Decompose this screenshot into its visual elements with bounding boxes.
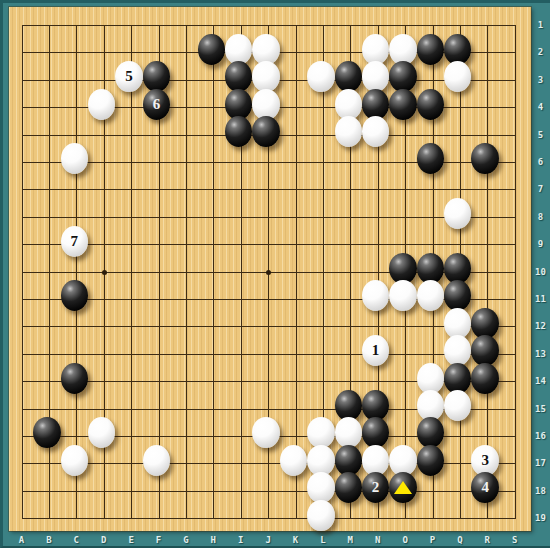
column-label-L: L [316, 535, 330, 545]
white-stone-O17 [389, 445, 416, 476]
intersection-C11[interactable] [63, 285, 90, 312]
move-number-label: 4 [471, 472, 498, 503]
white-stone-O11 [389, 280, 416, 311]
black-stone-M15 [335, 390, 362, 421]
white-stone-J2 [252, 34, 279, 65]
column-label-N: N [371, 535, 385, 545]
row-label-6: 6 [531, 157, 550, 167]
intersection-D4[interactable] [90, 93, 117, 120]
white-stone-J16 [252, 417, 279, 448]
column-label-M: M [343, 535, 357, 545]
row-label-12: 12 [531, 321, 550, 331]
white-stone-L16 [307, 417, 334, 448]
black-stone-I3 [225, 61, 252, 92]
row-label-14: 14 [531, 376, 550, 386]
move-number-label: 1 [362, 335, 389, 366]
intersection-J16[interactable] [254, 422, 281, 449]
move-number-label: 5 [115, 61, 142, 92]
column-label-K: K [289, 535, 303, 545]
intersection-Q3[interactable] [446, 66, 473, 93]
white-stone-C9: 7 [61, 226, 88, 257]
black-stone-N4 [362, 89, 389, 120]
black-stone-O4 [389, 89, 416, 120]
black-stone-H2 [198, 34, 225, 65]
black-stone-F3 [143, 61, 170, 92]
column-label-C: C [69, 535, 83, 545]
intersection-R14[interactable] [473, 367, 500, 394]
intersection-N13[interactable]: 1 [364, 340, 391, 367]
row-label-19: 19 [531, 513, 550, 523]
intersection-C17[interactable] [63, 450, 90, 477]
white-stone-D4 [88, 89, 115, 120]
intersection-P17[interactable] [419, 450, 446, 477]
move-number-label: 7 [61, 226, 88, 257]
white-stone-L17 [307, 445, 334, 476]
white-stone-Q15 [444, 390, 471, 421]
black-stone-M3 [335, 61, 362, 92]
move-number-label: 3 [471, 445, 498, 476]
go-board[interactable]: 5671324 [9, 7, 531, 531]
row-label-1: 1 [531, 20, 550, 30]
row-label-18: 18 [531, 486, 550, 496]
intersection-F17[interactable] [145, 450, 172, 477]
row-label-17: 17 [531, 458, 550, 468]
intersection-R6[interactable] [473, 148, 500, 175]
black-stone-F4: 6 [143, 89, 170, 120]
row-label-9: 9 [531, 239, 550, 249]
black-stone-R13 [471, 335, 498, 366]
black-stone-P10 [417, 253, 444, 284]
white-stone-I2 [225, 34, 252, 65]
black-stone-P6 [417, 143, 444, 174]
intersection-M18[interactable] [337, 477, 364, 504]
intersection-E3[interactable]: 5 [117, 66, 144, 93]
row-label-15: 15 [531, 404, 550, 414]
white-stone-P15 [417, 390, 444, 421]
intersection-O4[interactable] [391, 93, 418, 120]
white-stone-N3 [362, 61, 389, 92]
column-label-O: O [398, 535, 412, 545]
row-labels: 12345678910111213141516171819 [531, 0, 550, 548]
row-label-16: 16 [531, 431, 550, 441]
black-stone-Q14 [444, 363, 471, 394]
column-label-J: J [261, 535, 275, 545]
black-stone-J5 [252, 116, 279, 147]
intersection-Q8[interactable] [446, 203, 473, 230]
column-label-I: I [234, 535, 248, 545]
black-stone-Q2 [444, 34, 471, 65]
move-number-label: 6 [143, 89, 170, 120]
intersection-K17[interactable] [282, 450, 309, 477]
intersection-F4[interactable]: 6 [145, 93, 172, 120]
black-stone-P17 [417, 445, 444, 476]
row-label-7: 7 [531, 184, 550, 194]
black-stone-I4 [225, 89, 252, 120]
white-stone-P11 [417, 280, 444, 311]
white-stone-L19 [307, 500, 334, 531]
white-stone-R17: 3 [471, 445, 498, 476]
black-stone-M17 [335, 445, 362, 476]
intersection-L3[interactable] [309, 66, 336, 93]
intersection-N18[interactable]: 2 [364, 477, 391, 504]
white-stone-O2 [389, 34, 416, 65]
intersection-B16[interactable] [35, 422, 62, 449]
intersection-O11[interactable] [391, 285, 418, 312]
black-stone-B16 [33, 417, 60, 448]
white-stone-C6 [61, 143, 88, 174]
column-label-R: R [480, 535, 494, 545]
black-stone-Q11 [444, 280, 471, 311]
intersection-J5[interactable] [254, 121, 281, 148]
column-label-B: B [42, 535, 56, 545]
intersection-N5[interactable] [364, 121, 391, 148]
intersection-L19[interactable] [309, 504, 336, 531]
intersection-P6[interactable] [419, 148, 446, 175]
board-stones-layer: 5671324 [8, 11, 528, 531]
white-stone-F17 [143, 445, 170, 476]
white-stone-L18 [307, 472, 334, 503]
white-stone-M16 [335, 417, 362, 448]
row-label-10: 10 [531, 267, 550, 277]
intersection-I5[interactable] [227, 121, 254, 148]
row-label-3: 3 [531, 75, 550, 85]
black-stone-O3 [389, 61, 416, 92]
intersection-C9[interactable]: 7 [63, 230, 90, 257]
row-label-4: 4 [531, 102, 550, 112]
white-stone-Q8 [444, 198, 471, 229]
move-number-label: 2 [362, 472, 389, 503]
white-stone-J3 [252, 61, 279, 92]
intersection-C6[interactable] [63, 148, 90, 175]
column-label-E: E [124, 535, 138, 545]
white-stone-J4 [252, 89, 279, 120]
black-stone-M18 [335, 472, 362, 503]
white-stone-Q13 [444, 335, 471, 366]
black-stone-C11 [61, 280, 88, 311]
column-label-D: D [97, 535, 111, 545]
black-stone-N15 [362, 390, 389, 421]
intersection-D16[interactable] [90, 422, 117, 449]
intersection-P4[interactable] [419, 93, 446, 120]
column-label-S: S [508, 535, 522, 545]
column-label-A: A [15, 535, 29, 545]
intersection-M5[interactable] [337, 121, 364, 148]
white-stone-M5 [335, 116, 362, 147]
column-label-Q: Q [453, 535, 467, 545]
black-stone-N18: 2 [362, 472, 389, 503]
black-stone-C14 [61, 363, 88, 394]
black-stone-N16 [362, 417, 389, 448]
white-stone-N5 [362, 116, 389, 147]
white-stone-D16 [88, 417, 115, 448]
white-stone-M4 [335, 89, 362, 120]
black-stone-P4 [417, 89, 444, 120]
row-label-2: 2 [531, 47, 550, 57]
row-label-11: 11 [531, 294, 550, 304]
white-stone-N11 [362, 280, 389, 311]
intersection-R18[interactable]: 4 [473, 477, 500, 504]
black-stone-O18 [389, 472, 416, 503]
row-label-13: 13 [531, 349, 550, 359]
white-stone-C17 [61, 445, 88, 476]
intersection-O18[interactable] [391, 477, 418, 504]
white-stone-N2 [362, 34, 389, 65]
black-stone-R18: 4 [471, 472, 498, 503]
intersection-P11[interactable] [419, 285, 446, 312]
white-stone-E3: 5 [115, 61, 142, 92]
row-label-5: 5 [531, 130, 550, 140]
column-label-P: P [426, 535, 440, 545]
intersection-Q15[interactable] [446, 395, 473, 422]
intersection-N11[interactable] [364, 285, 391, 312]
white-stone-K17 [280, 445, 307, 476]
white-stone-Q12 [444, 308, 471, 339]
white-stone-N17 [362, 445, 389, 476]
white-stone-Q3 [444, 61, 471, 92]
black-stone-R6 [471, 143, 498, 174]
black-stone-R14 [471, 363, 498, 394]
triangle-marker-icon [394, 481, 412, 494]
black-stone-Q10 [444, 253, 471, 284]
black-stone-P2 [417, 34, 444, 65]
intersection-H2[interactable] [200, 39, 227, 66]
intersection-C14[interactable] [63, 367, 90, 394]
white-stone-L3 [307, 61, 334, 92]
column-label-H: H [206, 535, 220, 545]
column-labels: ABCDEFGHIJKLMNOPQRS [0, 531, 550, 548]
intersection-P2[interactable] [419, 39, 446, 66]
white-stone-N13: 1 [362, 335, 389, 366]
column-label-F: F [152, 535, 166, 545]
black-stone-I5 [225, 116, 252, 147]
go-board-frame: 5671324 ABCDEFGHIJKLMNOPQRS 123456789101… [0, 0, 550, 548]
row-label-8: 8 [531, 212, 550, 222]
column-label-G: G [179, 535, 193, 545]
black-stone-O10 [389, 253, 416, 284]
black-stone-R12 [471, 308, 498, 339]
black-stone-P16 [417, 417, 444, 448]
white-stone-P14 [417, 363, 444, 394]
